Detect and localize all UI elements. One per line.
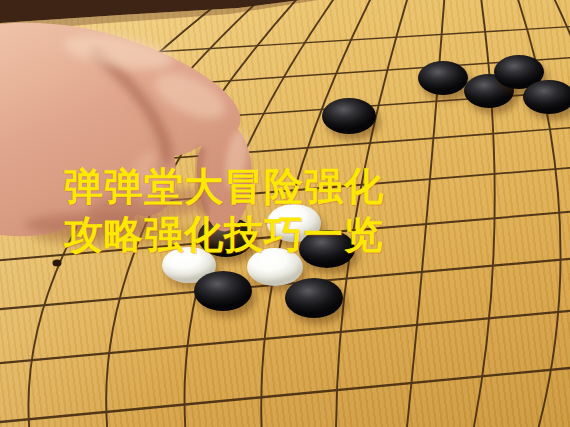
go-board-photo: 弹弹堂大冒险强化 攻略强化技巧一览 [0,0,570,427]
caption-line-1: 弹弹堂大冒险强化 [64,163,384,211]
caption-line-2: 攻略强化技巧一览 [64,211,384,259]
caption-overlay: 弹弹堂大冒险强化 攻略强化技巧一览 [64,163,384,259]
